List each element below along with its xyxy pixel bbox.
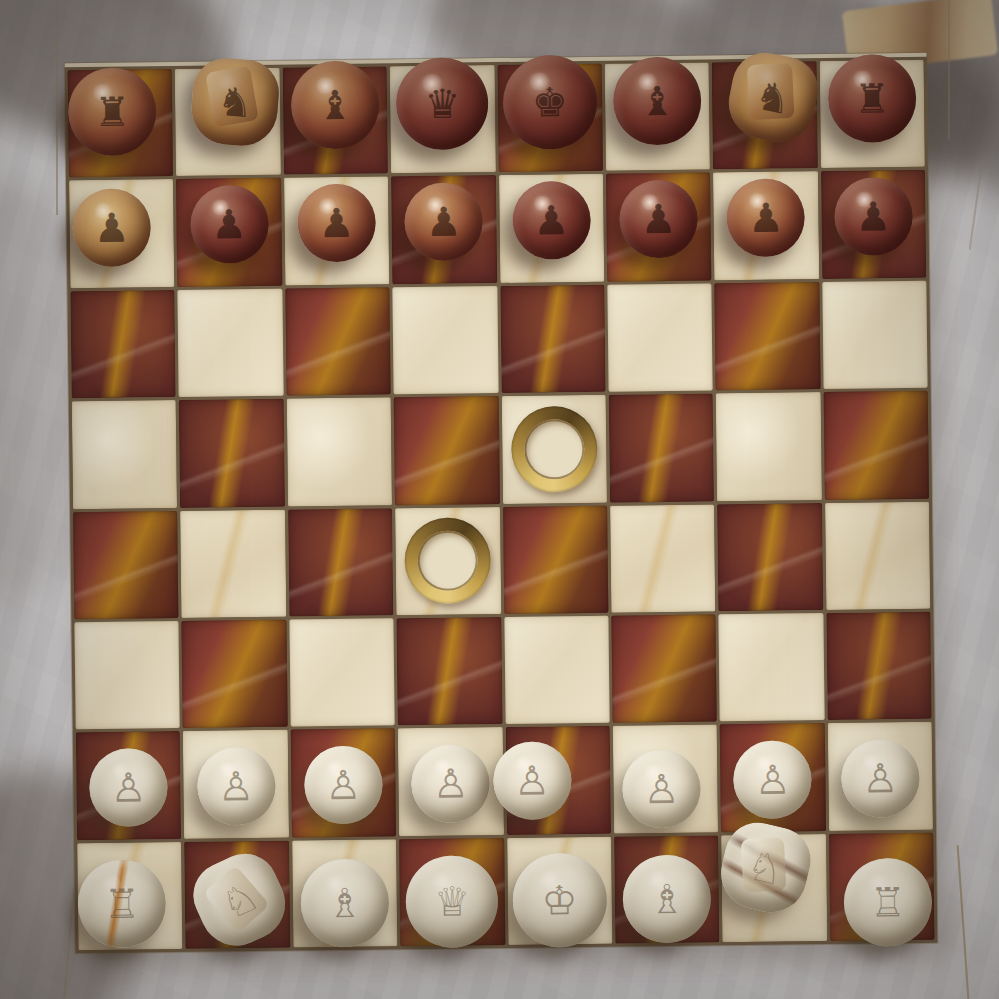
square-h1[interactable]: ♖ [829,832,935,941]
square-c7[interactable]: ♟ [284,177,390,286]
square-d5[interactable] [394,396,500,505]
square-c5[interactable] [286,397,392,506]
square-e4[interactable] [503,505,609,614]
square-g4[interactable] [717,503,823,612]
square-f6[interactable] [607,283,713,392]
wedding-ring[interactable] [404,517,491,604]
square-e2[interactable]: ♙ [505,726,611,835]
piece-black-pawn[interactable]: ♟ [726,178,805,257]
piece-glyph: ♞ [752,74,795,120]
square-c2[interactable]: ♙ [291,729,397,838]
square-c3[interactable] [289,618,395,727]
piece-white-king[interactable]: ♔ [512,853,607,948]
piece-white-knight[interactable]: ♘ [714,816,817,919]
piece-glyph: ♙ [514,760,550,800]
square-b5[interactable] [179,399,285,508]
square-g1[interactable]: ♘ [721,834,827,943]
piece-black-pawn[interactable]: ♟ [619,180,698,259]
piece-glyph: ♕ [434,882,470,922]
piece-white-pawn[interactable]: ♙ [411,744,490,823]
piece-glyph: ♟ [318,203,354,243]
piece-white-queen[interactable]: ♕ [406,855,499,948]
square-c1[interactable]: ♗ [292,839,398,948]
wedding-ring-hole [524,419,585,480]
square-d3[interactable] [397,617,503,726]
square-f4[interactable] [610,504,716,613]
piece-black-pawn[interactable]: ♟ [72,188,151,267]
square-c8[interactable]: ♝ [282,66,388,175]
square-f5[interactable] [609,394,715,503]
square-f3[interactable] [611,614,717,723]
square-b4[interactable] [180,509,286,618]
square-g3[interactable] [719,613,825,722]
square-g6[interactable] [715,282,821,391]
square-a8[interactable]: ♜ [68,69,174,178]
square-d1[interactable]: ♕ [399,838,505,947]
piece-black-queen[interactable]: ♛ [396,57,489,150]
piece-glyph: ♘ [744,845,788,892]
piece-black-pawn[interactable]: ♟ [297,184,376,263]
piece-black-pawn[interactable]: ♟ [834,177,913,256]
square-d6[interactable] [392,286,498,395]
square-e3[interactable] [504,616,610,725]
piece-black-knight[interactable]: ♞ [723,47,824,148]
square-h4[interactable] [825,501,931,610]
square-g2[interactable]: ♙ [720,723,826,832]
piece-white-pawn[interactable]: ♙ [304,745,383,824]
square-a6[interactable] [70,290,176,399]
piece-glyph: ♗ [649,879,685,919]
piece-black-pawn[interactable]: ♟ [512,181,591,260]
square-f7[interactable]: ♟ [606,173,712,282]
square-b1[interactable]: ♘ [184,840,290,949]
marble-seam-right [948,0,950,140]
piece-white-rook[interactable]: ♖ [78,859,167,948]
square-a7[interactable]: ♟ [69,179,175,288]
piece-white-pawn[interactable]: ♙ [841,739,920,818]
square-a3[interactable] [74,621,180,730]
square-d4[interactable] [395,507,501,616]
square-a1[interactable]: ♖ [77,842,183,951]
piece-glyph: ♟ [94,208,130,248]
piece-white-pawn[interactable]: ♙ [197,747,276,826]
square-d7[interactable]: ♟ [391,175,497,284]
piece-glyph: ♙ [643,769,679,809]
marble-seam-left [56,0,58,215]
piece-glyph: ♙ [755,759,791,799]
piece-glyph: ♟ [640,199,676,239]
square-h5[interactable] [823,391,929,500]
piece-white-bishop[interactable]: ♗ [622,855,711,944]
marble-table: ♜♞♝♛♚♝♞♜♟♟♟♟♟♟♟♟♙♙♙♙♙♙♙♙♖♘♗♕♔♗♘♖ [0,0,999,999]
piece-glyph: ♙ [218,766,254,806]
square-b7[interactable]: ♟ [176,178,282,287]
square-e6[interactable] [500,284,606,393]
piece-black-bishop[interactable]: ♝ [291,60,380,149]
wedding-ring[interactable] [511,406,598,493]
square-a2[interactable]: ♙ [76,731,182,840]
square-c4[interactable] [288,508,394,617]
piece-glyph: ♝ [639,81,675,121]
square-e5[interactable] [501,395,607,504]
piece-glyph: ♟ [748,198,784,238]
piece-white-pawn[interactable]: ♙ [89,748,168,827]
piece-black-bishop[interactable]: ♝ [613,56,702,145]
square-b2[interactable]: ♙ [183,730,289,839]
square-h2[interactable]: ♙ [827,722,933,831]
piece-glyph: ♟ [533,200,569,240]
piece-glyph: ♝ [317,84,353,124]
square-f1[interactable]: ♗ [614,835,720,944]
piece-glyph: ♖ [104,884,140,924]
square-a5[interactable] [72,400,178,509]
marble-crack-bottom-right [957,845,970,999]
piece-black-king[interactable]: ♚ [502,54,597,149]
square-h8[interactable]: ♜ [819,60,925,169]
square-e8[interactable]: ♚ [497,64,603,173]
piece-black-rook[interactable]: ♜ [68,67,157,156]
square-e7[interactable]: ♟ [498,174,604,283]
square-h6[interactable] [822,281,928,390]
piece-glyph: ♗ [327,883,363,923]
square-g8[interactable]: ♞ [712,61,818,170]
square-h3[interactable] [826,612,932,721]
piece-glyph: ♘ [215,875,264,926]
chess-board: ♜♞♝♛♚♝♞♜♟♟♟♟♟♟♟♟♙♙♙♙♙♙♙♙♖♘♗♕♔♗♘♖ [65,53,938,953]
wedding-ring-hole [418,530,479,591]
square-f2[interactable]: ♙ [613,725,719,834]
marble-crack-right [969,160,984,249]
square-h7[interactable]: ♟ [821,170,927,279]
piece-glyph: ♖ [870,882,906,922]
square-c6[interactable] [285,287,391,396]
piece-glyph: ♟ [211,204,247,244]
piece-glyph: ♟ [426,202,462,242]
piece-glyph: ♜ [854,78,890,118]
piece-white-knight[interactable]: ♘ [182,844,296,958]
piece-black-rook[interactable]: ♜ [827,54,916,143]
marble-crack-bottom-left [63,888,75,999]
piece-white-pawn[interactable]: ♙ [733,740,812,819]
piece-glyph: ♞ [215,81,254,124]
piece-white-pawn[interactable]: ♙ [622,750,701,829]
square-g5[interactable] [716,392,822,501]
piece-white-bishop[interactable]: ♗ [300,859,389,948]
piece-glyph: ♙ [110,767,146,807]
piece-glyph: ♚ [532,82,568,122]
square-b3[interactable] [182,620,288,729]
piece-white-rook[interactable]: ♖ [843,858,932,947]
square-e1[interactable]: ♔ [507,836,613,945]
piece-glyph: ♙ [862,758,898,798]
square-d8[interactable]: ♛ [390,65,496,174]
piece-glyph: ♔ [541,880,577,920]
piece-glyph: ♜ [94,91,130,131]
square-f8[interactable]: ♝ [605,62,711,171]
square-a4[interactable] [73,510,179,619]
piece-glyph: ♙ [433,763,469,803]
piece-glyph: ♙ [325,765,361,805]
piece-black-knight[interactable]: ♞ [189,56,281,148]
piece-glyph: ♛ [424,83,460,123]
square-b6[interactable] [178,288,284,397]
square-g7[interactable]: ♟ [713,171,819,280]
piece-black-pawn[interactable]: ♟ [190,185,269,264]
piece-white-pawn[interactable]: ♙ [493,741,572,820]
square-d2[interactable]: ♙ [398,727,504,836]
piece-glyph: ♟ [855,196,891,236]
square-b8[interactable]: ♞ [175,68,281,177]
piece-black-pawn[interactable]: ♟ [404,182,483,261]
